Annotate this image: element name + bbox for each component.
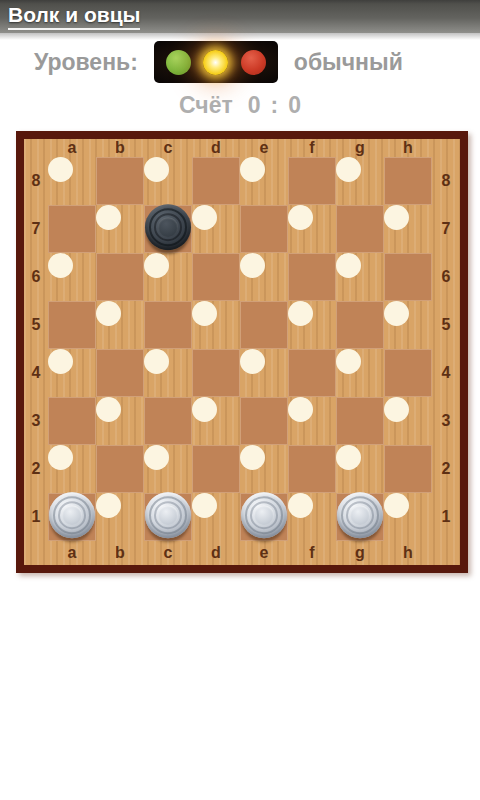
rank-label-left-5: 5 — [24, 301, 48, 349]
square-d6[interactable] — [192, 253, 240, 301]
score-label: Счёт — [179, 92, 233, 118]
rank-label-right-1: 1 — [432, 493, 460, 541]
frame-corner — [24, 541, 48, 565]
rank-label-right-4: 4 — [432, 349, 460, 397]
square-b7[interactable] — [96, 205, 121, 230]
square-a6[interactable] — [48, 253, 73, 278]
square-f3[interactable] — [288, 397, 313, 422]
square-g6[interactable] — [336, 253, 361, 278]
checker-ring — [245, 496, 283, 534]
rank-label-left-2: 2 — [24, 445, 48, 493]
square-d3[interactable] — [192, 397, 217, 422]
rank-label-right-3: 3 — [432, 397, 460, 445]
square-h7[interactable] — [384, 205, 409, 230]
square-g8[interactable] — [336, 157, 361, 182]
file-label-top-a: a — [48, 139, 96, 157]
green-light-icon[interactable] — [166, 50, 191, 75]
game-board-grid: abcdefgh8877665544332211abcdefgh — [24, 139, 460, 565]
sheep-piece-c1[interactable] — [145, 492, 191, 538]
square-b6[interactable] — [96, 253, 144, 301]
game-board: abcdefgh8877665544332211abcdefgh — [16, 131, 468, 573]
square-g7[interactable] — [336, 205, 384, 253]
square-f6[interactable] — [288, 253, 336, 301]
frame-corner — [432, 139, 460, 157]
wolf-piece-c7[interactable] — [145, 204, 191, 250]
square-e3[interactable] — [240, 397, 288, 445]
checker-ring — [53, 496, 91, 534]
rank-label-right-5: 5 — [432, 301, 460, 349]
square-c4[interactable] — [144, 349, 169, 374]
square-f5[interactable] — [288, 301, 313, 326]
square-h1[interactable] — [384, 493, 409, 518]
rank-label-left-3: 3 — [24, 397, 48, 445]
square-h6[interactable] — [384, 253, 432, 301]
file-label-bottom-h: h — [384, 541, 432, 565]
square-g1[interactable] — [336, 493, 384, 541]
score-row: Счёт0:0 — [0, 92, 480, 119]
checker-ring — [62, 505, 82, 525]
file-label-top-b: b — [96, 139, 144, 157]
square-e5[interactable] — [240, 301, 288, 349]
rank-label-left-1: 1 — [24, 493, 48, 541]
file-label-top-f: f — [288, 139, 336, 157]
square-f4[interactable] — [288, 349, 336, 397]
level-value: обычный — [294, 49, 403, 76]
rank-label-left-8: 8 — [24, 157, 48, 205]
square-h8[interactable] — [384, 157, 432, 205]
square-a4[interactable] — [48, 349, 73, 374]
checker-ring — [350, 505, 370, 525]
square-e1[interactable] — [240, 493, 288, 541]
checker-ring — [154, 501, 182, 529]
square-g2[interactable] — [336, 445, 361, 470]
checker-ring — [154, 213, 182, 241]
file-label-top-h: h — [384, 139, 432, 157]
checker-ring — [341, 496, 379, 534]
checker-ring — [158, 505, 178, 525]
square-d1[interactable] — [192, 493, 217, 518]
file-label-bottom-f: f — [288, 541, 336, 565]
square-a2[interactable] — [48, 445, 73, 470]
square-c8[interactable] — [144, 157, 169, 182]
square-f1[interactable] — [288, 493, 313, 518]
red-light-icon[interactable] — [241, 50, 266, 75]
level-row: Уровень: обычный — [0, 40, 480, 84]
square-e2[interactable] — [240, 445, 265, 470]
title-bar-shadow — [0, 33, 480, 40]
square-h2[interactable] — [384, 445, 432, 493]
square-a3[interactable] — [48, 397, 96, 445]
app-screen: Волк и овцы Уровень: обычный Счёт0:0 abc… — [0, 0, 480, 800]
frame-corner — [24, 139, 48, 157]
square-c5[interactable] — [144, 301, 192, 349]
file-label-bottom-e: e — [240, 541, 288, 565]
file-label-bottom-d: d — [192, 541, 240, 565]
rank-label-right-8: 8 — [432, 157, 460, 205]
square-h5[interactable] — [384, 301, 409, 326]
score-right: 0 — [288, 92, 301, 118]
rank-label-left-4: 4 — [24, 349, 48, 397]
square-b1[interactable] — [96, 493, 121, 518]
square-a8[interactable] — [48, 157, 73, 182]
square-e4[interactable] — [240, 349, 265, 374]
checker-ring — [254, 505, 274, 525]
sheep-piece-a1[interactable] — [49, 492, 95, 538]
sheep-piece-g1[interactable] — [337, 492, 383, 538]
square-h3[interactable] — [384, 397, 409, 422]
checker-ring — [58, 501, 86, 529]
square-b2[interactable] — [96, 445, 144, 493]
rank-label-right-6: 6 — [432, 253, 460, 301]
file-label-bottom-g: g — [336, 541, 384, 565]
square-e6[interactable] — [240, 253, 265, 278]
score-separator: : — [271, 92, 279, 118]
square-g5[interactable] — [336, 301, 384, 349]
square-f7[interactable] — [288, 205, 313, 230]
square-d4[interactable] — [192, 349, 240, 397]
square-a7[interactable] — [48, 205, 96, 253]
square-h4[interactable] — [384, 349, 432, 397]
square-d8[interactable] — [192, 157, 240, 205]
file-label-top-c: c — [144, 139, 192, 157]
app-title: Волк и овцы — [8, 3, 140, 30]
level-selector-traffic-light[interactable] — [154, 41, 278, 83]
score-left: 0 — [248, 92, 261, 118]
checker-ring — [346, 501, 374, 529]
square-d2[interactable] — [192, 445, 240, 493]
square-e8[interactable] — [240, 157, 265, 182]
square-d7[interactable] — [192, 205, 217, 230]
yellow-light-icon[interactable] — [203, 50, 228, 75]
rank-label-left-7: 7 — [24, 205, 48, 253]
square-a5[interactable] — [48, 301, 96, 349]
checker-ring — [149, 208, 187, 246]
file-label-top-g: g — [336, 139, 384, 157]
square-g3[interactable] — [336, 397, 384, 445]
square-c2[interactable] — [144, 445, 169, 470]
file-label-top-d: d — [192, 139, 240, 157]
square-c3[interactable] — [144, 397, 192, 445]
checker-ring — [158, 217, 178, 237]
square-f8[interactable] — [288, 157, 336, 205]
square-c6[interactable] — [144, 253, 169, 278]
square-a1[interactable] — [48, 493, 96, 541]
file-label-top-e: e — [240, 139, 288, 157]
square-c7[interactable] — [144, 205, 192, 253]
square-e7[interactable] — [240, 205, 288, 253]
frame-corner — [432, 541, 460, 565]
square-c1[interactable] — [144, 493, 192, 541]
file-label-bottom-b: b — [96, 541, 144, 565]
level-label: Уровень: — [34, 49, 138, 76]
file-label-bottom-a: a — [48, 541, 96, 565]
rank-label-right-7: 7 — [432, 205, 460, 253]
rank-label-right-2: 2 — [432, 445, 460, 493]
square-b3[interactable] — [96, 397, 121, 422]
title-bar: Волк и овцы — [0, 0, 480, 33]
checker-ring — [250, 501, 278, 529]
square-b4[interactable] — [96, 349, 144, 397]
sheep-piece-e1[interactable] — [241, 492, 287, 538]
square-b5[interactable] — [96, 301, 121, 326]
rank-label-left-6: 6 — [24, 253, 48, 301]
square-g4[interactable] — [336, 349, 361, 374]
checker-ring — [149, 496, 187, 534]
square-f2[interactable] — [288, 445, 336, 493]
square-b8[interactable] — [96, 157, 144, 205]
square-d5[interactable] — [192, 301, 217, 326]
file-label-bottom-c: c — [144, 541, 192, 565]
